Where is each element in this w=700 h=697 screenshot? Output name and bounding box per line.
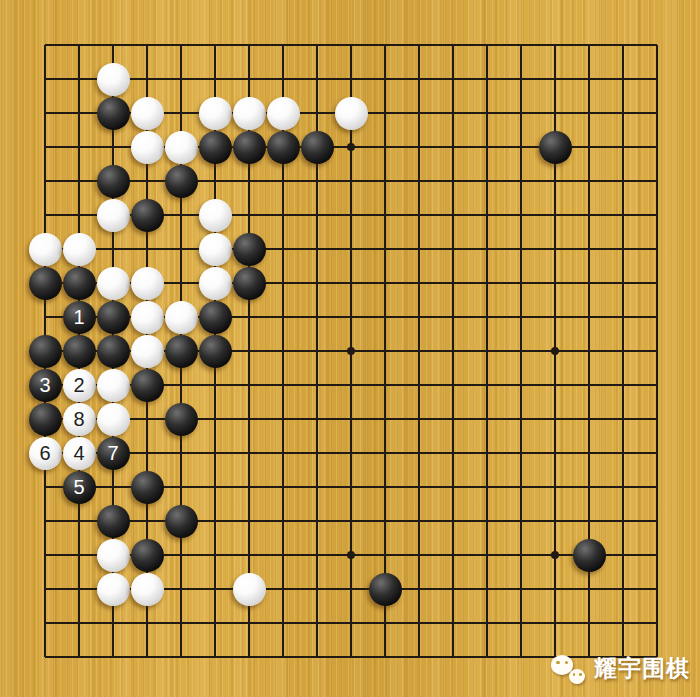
intersection (28, 130, 62, 164)
black-stone (29, 335, 62, 368)
intersection (368, 266, 402, 300)
intersection (164, 470, 198, 504)
intersection (300, 96, 334, 130)
intersection (368, 640, 402, 674)
intersection (28, 402, 62, 436)
intersection (606, 28, 640, 62)
intersection (436, 606, 470, 640)
intersection (96, 232, 130, 266)
intersection: 3 (28, 368, 62, 402)
intersection (266, 300, 300, 334)
intersection (232, 130, 266, 164)
white-stone (199, 233, 232, 266)
intersection (300, 28, 334, 62)
intersection (572, 232, 606, 266)
intersection (606, 436, 640, 470)
intersection (368, 436, 402, 470)
move-number: 3 (39, 375, 50, 395)
intersection (334, 402, 368, 436)
intersection (402, 368, 436, 402)
intersection (300, 62, 334, 96)
intersection (300, 402, 334, 436)
intersection (96, 504, 130, 538)
intersection (538, 334, 572, 368)
intersection (504, 28, 538, 62)
intersection (130, 504, 164, 538)
intersection (198, 28, 232, 62)
intersection (232, 232, 266, 266)
white-stone (29, 233, 62, 266)
intersection (62, 538, 96, 572)
intersection (130, 606, 164, 640)
intersection (640, 96, 674, 130)
white-stone (335, 97, 368, 130)
intersection (504, 572, 538, 606)
intersection (28, 538, 62, 572)
intersection (300, 130, 334, 164)
intersection (504, 640, 538, 674)
intersection (640, 232, 674, 266)
intersection (504, 368, 538, 402)
intersection (640, 164, 674, 198)
intersection (572, 606, 606, 640)
intersection (198, 402, 232, 436)
intersection (436, 62, 470, 96)
intersection (504, 436, 538, 470)
intersection (504, 130, 538, 164)
wechat-bubble-small (569, 669, 585, 684)
intersection (504, 300, 538, 334)
white-stone (97, 267, 130, 300)
intersection (130, 28, 164, 62)
intersection (470, 436, 504, 470)
intersection (266, 368, 300, 402)
intersection (266, 232, 300, 266)
intersection (334, 538, 368, 572)
white-stone (97, 63, 130, 96)
intersection (130, 300, 164, 334)
intersection (572, 572, 606, 606)
black-stone (199, 131, 232, 164)
black-stone (29, 267, 62, 300)
intersection (640, 266, 674, 300)
intersection (436, 300, 470, 334)
intersection (266, 436, 300, 470)
intersection (334, 266, 368, 300)
intersection (62, 266, 96, 300)
intersection (96, 334, 130, 368)
intersection (538, 504, 572, 538)
intersection (130, 232, 164, 266)
intersection (130, 198, 164, 232)
intersection (504, 470, 538, 504)
intersection (470, 232, 504, 266)
intersection (470, 470, 504, 504)
white-stone (267, 97, 300, 130)
intersection: 6 (28, 436, 62, 470)
intersection (96, 28, 130, 62)
intersection (470, 640, 504, 674)
intersection (572, 164, 606, 198)
intersection (164, 334, 198, 368)
intersection (198, 96, 232, 130)
intersection (232, 164, 266, 198)
intersection (640, 130, 674, 164)
white-stone (131, 335, 164, 368)
intersection (232, 28, 266, 62)
intersection (96, 130, 130, 164)
intersection (606, 130, 640, 164)
move-number: 2 (73, 375, 84, 395)
intersection (538, 572, 572, 606)
intersection (334, 436, 368, 470)
intersection (266, 164, 300, 198)
intersection (164, 198, 198, 232)
intersection (640, 402, 674, 436)
intersection (640, 28, 674, 62)
intersection (28, 334, 62, 368)
white-stone (199, 97, 232, 130)
intersection (470, 28, 504, 62)
black-stone (29, 403, 62, 436)
intersection (62, 504, 96, 538)
intersection (198, 130, 232, 164)
intersection (504, 606, 538, 640)
intersection (572, 28, 606, 62)
intersection (470, 402, 504, 436)
black-stone (97, 97, 130, 130)
intersection (606, 334, 640, 368)
intersection (470, 368, 504, 402)
intersection (402, 266, 436, 300)
intersection (232, 300, 266, 334)
intersection (164, 266, 198, 300)
intersection (96, 572, 130, 606)
intersection (436, 334, 470, 368)
intersection (504, 62, 538, 96)
intersection (62, 96, 96, 130)
black-stone (199, 335, 232, 368)
intersection (606, 164, 640, 198)
wechat-icon (551, 654, 587, 684)
intersection (640, 62, 674, 96)
intersection (538, 96, 572, 130)
intersection (640, 538, 674, 572)
board-grid: 13286475 (28, 28, 674, 674)
intersection (470, 198, 504, 232)
intersection (62, 640, 96, 674)
intersection (62, 232, 96, 266)
intersection (28, 28, 62, 62)
intersection (198, 164, 232, 198)
intersection (640, 300, 674, 334)
intersection (164, 606, 198, 640)
intersection (62, 164, 96, 198)
intersection (130, 402, 164, 436)
white-stone-move-6: 6 (29, 437, 62, 470)
intersection (368, 130, 402, 164)
intersection (266, 470, 300, 504)
intersection (572, 470, 606, 504)
intersection (538, 232, 572, 266)
intersection (504, 164, 538, 198)
intersection (96, 266, 130, 300)
intersection (334, 300, 368, 334)
intersection (436, 96, 470, 130)
intersection (572, 130, 606, 164)
intersection (504, 538, 538, 572)
black-stone-move-7: 7 (97, 437, 130, 470)
intersection (368, 300, 402, 334)
intersection (606, 62, 640, 96)
intersection (334, 640, 368, 674)
black-stone (233, 233, 266, 266)
white-stone-move-2: 2 (63, 369, 96, 402)
intersection (266, 62, 300, 96)
intersection (470, 300, 504, 334)
intersection (640, 334, 674, 368)
intersection (606, 470, 640, 504)
intersection (232, 504, 266, 538)
black-stone (63, 335, 96, 368)
intersection (402, 28, 436, 62)
white-stone (97, 539, 130, 572)
intersection (402, 402, 436, 436)
move-number: 7 (107, 443, 118, 463)
intersection (266, 606, 300, 640)
black-stone (63, 267, 96, 300)
intersection (300, 266, 334, 300)
black-stone (233, 267, 266, 300)
intersection (538, 62, 572, 96)
intersection (130, 436, 164, 470)
black-stone (131, 539, 164, 572)
intersection (368, 538, 402, 572)
intersection (334, 232, 368, 266)
intersection (334, 130, 368, 164)
intersection (266, 266, 300, 300)
intersection (232, 368, 266, 402)
intersection (436, 266, 470, 300)
intersection (266, 572, 300, 606)
intersection (572, 538, 606, 572)
intersection (470, 538, 504, 572)
white-stone (233, 573, 266, 606)
black-stone (97, 301, 130, 334)
white-stone (63, 233, 96, 266)
intersection (402, 300, 436, 334)
intersection (164, 368, 198, 402)
intersection (334, 28, 368, 62)
intersection (402, 334, 436, 368)
intersection (402, 198, 436, 232)
intersection (62, 62, 96, 96)
intersection (164, 402, 198, 436)
intersection (368, 28, 402, 62)
intersection (198, 368, 232, 402)
intersection (96, 300, 130, 334)
intersection (164, 572, 198, 606)
intersection (606, 538, 640, 572)
intersection (232, 62, 266, 96)
intersection (538, 164, 572, 198)
intersection (334, 62, 368, 96)
intersection (470, 572, 504, 606)
intersection (368, 198, 402, 232)
white-stone (97, 199, 130, 232)
intersection (606, 96, 640, 130)
intersection (28, 164, 62, 198)
intersection (572, 436, 606, 470)
intersection (300, 606, 334, 640)
intersection (198, 436, 232, 470)
intersection (266, 96, 300, 130)
intersection (96, 538, 130, 572)
intersection (232, 334, 266, 368)
intersection (606, 266, 640, 300)
intersection (300, 436, 334, 470)
intersection: 5 (62, 470, 96, 504)
intersection (368, 334, 402, 368)
intersection (198, 640, 232, 674)
intersection (130, 266, 164, 300)
intersection (402, 538, 436, 572)
intersection (606, 606, 640, 640)
black-stone (165, 505, 198, 538)
intersection (436, 368, 470, 402)
intersection (232, 198, 266, 232)
intersection (402, 572, 436, 606)
intersection (96, 368, 130, 402)
intersection (232, 436, 266, 470)
intersection (504, 266, 538, 300)
intersection (538, 28, 572, 62)
white-stone (131, 97, 164, 130)
intersection (300, 232, 334, 266)
intersection (96, 198, 130, 232)
intersection (470, 96, 504, 130)
intersection (62, 572, 96, 606)
intersection (62, 28, 96, 62)
black-stone (165, 403, 198, 436)
intersection (436, 572, 470, 606)
intersection (96, 62, 130, 96)
white-stone (97, 369, 130, 402)
intersection (436, 640, 470, 674)
intersection (436, 232, 470, 266)
white-stone (199, 267, 232, 300)
intersection (28, 640, 62, 674)
intersection (368, 96, 402, 130)
black-stone (573, 539, 606, 572)
intersection (538, 606, 572, 640)
intersection (368, 402, 402, 436)
intersection (436, 436, 470, 470)
intersection (504, 504, 538, 538)
intersection (266, 402, 300, 436)
go-board-diagram: 13286475 耀宇围棋 (0, 0, 700, 697)
intersection (266, 538, 300, 572)
intersection (164, 436, 198, 470)
intersection (232, 266, 266, 300)
intersection (130, 538, 164, 572)
intersection (96, 402, 130, 436)
white-stone (131, 301, 164, 334)
intersection (334, 606, 368, 640)
intersection (28, 606, 62, 640)
intersection (164, 232, 198, 266)
black-stone-move-3: 3 (29, 369, 62, 402)
intersection (334, 96, 368, 130)
intersection (164, 640, 198, 674)
intersection (436, 504, 470, 538)
intersection (130, 130, 164, 164)
intersection (402, 130, 436, 164)
intersection (164, 164, 198, 198)
intersection: 2 (62, 368, 96, 402)
intersection (198, 232, 232, 266)
intersection (198, 538, 232, 572)
intersection (572, 300, 606, 334)
intersection (130, 164, 164, 198)
intersection (96, 96, 130, 130)
intersection (164, 62, 198, 96)
intersection (62, 130, 96, 164)
intersection (300, 640, 334, 674)
black-stone (539, 131, 572, 164)
intersection (640, 470, 674, 504)
intersection (436, 198, 470, 232)
intersection (130, 640, 164, 674)
intersection (606, 300, 640, 334)
intersection (130, 572, 164, 606)
black-stone (301, 131, 334, 164)
intersection (606, 368, 640, 402)
intersection (96, 470, 130, 504)
intersection (28, 300, 62, 334)
intersection (606, 572, 640, 606)
intersection (368, 368, 402, 402)
intersection (28, 62, 62, 96)
intersection (368, 606, 402, 640)
intersection (640, 504, 674, 538)
intersection (300, 470, 334, 504)
white-stone-move-4: 4 (63, 437, 96, 470)
intersection (470, 130, 504, 164)
white-stone (131, 131, 164, 164)
intersection (198, 606, 232, 640)
intersection (436, 28, 470, 62)
black-stone (131, 471, 164, 504)
intersection (62, 606, 96, 640)
intersection (606, 402, 640, 436)
intersection (334, 470, 368, 504)
intersection (232, 572, 266, 606)
intersection (334, 572, 368, 606)
intersection (470, 504, 504, 538)
intersection (368, 470, 402, 504)
intersection: 8 (62, 402, 96, 436)
intersection (606, 232, 640, 266)
black-stone (369, 573, 402, 606)
intersection (538, 368, 572, 402)
intersection (130, 62, 164, 96)
white-stone (131, 573, 164, 606)
intersection (402, 640, 436, 674)
intersection (368, 62, 402, 96)
intersection (62, 198, 96, 232)
intersection (368, 232, 402, 266)
